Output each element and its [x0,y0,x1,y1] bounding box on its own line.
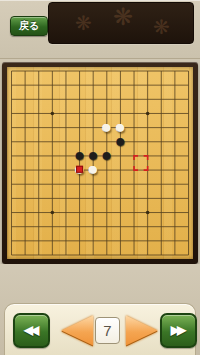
target-bracket-marker [134,156,138,160]
top-bar: 戻る ❋ ❋ ❋ [0,0,200,59]
right-arrow-icon [126,315,159,346]
board-grid [7,67,193,259]
move-number: 7 [95,317,120,344]
bottom-bar: ◀◀ 7 ▶▶ [0,264,200,355]
hoshi-point [146,112,150,116]
target-bracket-marker [144,156,148,160]
previous-move-button[interactable] [60,315,93,346]
app-screen: 戻る ❋ ❋ ❋ ●●●●●●●● ◀◀ 7 ▶▶ [0,0,200,355]
target-bracket-marker [144,166,148,170]
hoshi-point [51,211,55,215]
target-bracket-marker [134,166,138,170]
fast-forward-button[interactable]: ▶▶ [160,313,197,348]
next-move-button[interactable] [126,315,159,346]
rewind-button[interactable]: ◀◀ [13,313,50,348]
maple-leaf-icon: ❋ [113,7,133,27]
back-button[interactable]: 戻る [10,16,48,36]
go-board-frame: ●●●●●●●● [2,62,198,264]
rewind-icon: ◀◀ [24,323,36,337]
fast-forward-icon: ▶▶ [171,323,183,337]
left-arrow-icon [60,315,93,346]
hoshi-point [146,211,150,215]
maple-leaf-icon: ❋ [153,17,170,37]
maple-leaf-icon: ❋ [75,13,92,33]
hoshi-point [51,112,55,116]
navigation-panel: ◀◀ 7 ▶▶ [4,303,196,355]
ad-banner[interactable]: ❋ ❋ ❋ [48,2,194,44]
go-board[interactable]: ●●●●●●●● [7,67,193,259]
